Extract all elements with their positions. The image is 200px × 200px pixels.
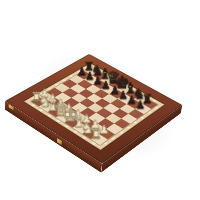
brass-latch-icon <box>57 138 62 145</box>
brass-hinge-icon <box>9 104 14 110</box>
chess-set-photo: ABCDEFGH ABCDEFGH 87654321 87654321 ♜♞♝♛… <box>0 0 200 200</box>
